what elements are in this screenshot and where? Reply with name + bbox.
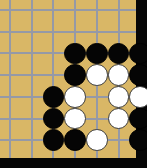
black-stone[interactable] — [64, 43, 86, 65]
grid-line-vertical — [31, 0, 33, 158]
black-stone[interactable] — [129, 64, 147, 86]
black-stone[interactable] — [129, 108, 147, 130]
white-stone[interactable] — [108, 64, 130, 86]
black-stone[interactable] — [129, 43, 147, 65]
black-stone[interactable] — [43, 129, 65, 151]
white-stone[interactable] — [108, 86, 130, 108]
black-stone[interactable] — [43, 86, 65, 108]
board-edge-background-bottom — [0, 158, 147, 168]
white-stone[interactable] — [64, 86, 86, 108]
black-stone[interactable] — [64, 64, 86, 86]
white-stone[interactable] — [86, 64, 108, 86]
white-stone[interactable] — [64, 108, 86, 130]
go-board[interactable] — [0, 0, 147, 168]
black-stone[interactable] — [64, 129, 86, 151]
white-stone[interactable] — [86, 129, 108, 151]
grid-line-vertical — [9, 0, 11, 158]
grid-line-horizontal — [0, 31, 136, 33]
white-stone[interactable] — [129, 86, 147, 108]
grid-line-horizontal — [0, 9, 136, 11]
black-stone[interactable] — [86, 43, 108, 65]
black-stone[interactable] — [129, 129, 147, 151]
